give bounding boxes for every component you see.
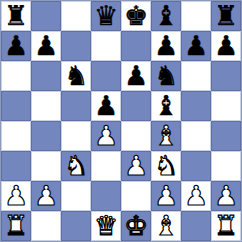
square-d7[interactable] <box>91 31 121 61</box>
piece-black-king[interactable]: ♚ <box>124 2 148 29</box>
piece-black-pawn[interactable]: ♟ <box>124 62 148 89</box>
piece-black-pawn[interactable]: ♟ <box>94 92 118 119</box>
square-a7[interactable]: ♟ <box>1 31 31 61</box>
piece-white-pawn[interactable]: ♟ <box>124 152 148 179</box>
square-a6[interactable] <box>1 61 31 91</box>
square-c6[interactable]: ♞ <box>61 61 91 91</box>
square-c5[interactable] <box>61 91 91 121</box>
square-d2[interactable] <box>91 181 121 211</box>
piece-black-pawn[interactable]: ♟ <box>154 32 178 59</box>
square-e8[interactable]: ♚ <box>121 1 151 31</box>
square-a1[interactable]: ♜ <box>1 211 31 241</box>
square-b3[interactable] <box>31 151 61 181</box>
square-d8[interactable]: ♛ <box>91 1 121 31</box>
square-e1[interactable]: ♚ <box>121 211 151 241</box>
square-g4[interactable] <box>181 121 211 151</box>
piece-white-knight[interactable]: ♞ <box>154 152 178 179</box>
square-g7[interactable]: ♟ <box>181 31 211 61</box>
square-a4[interactable] <box>1 121 31 151</box>
square-f2[interactable]: ♟ <box>151 181 181 211</box>
square-b6[interactable] <box>31 61 61 91</box>
chessboard-container: ♜♛♚♝♜♟♟♟♟♟♞♟♞♟♝♟♝♞♟♞♟♟♟♟♟♜♛♚♝♜ <box>0 0 242 242</box>
square-h8[interactable]: ♜ <box>211 1 241 31</box>
square-e3[interactable]: ♟ <box>121 151 151 181</box>
square-d1[interactable]: ♛ <box>91 211 121 241</box>
piece-black-pawn[interactable]: ♟ <box>4 32 28 59</box>
square-f8[interactable]: ♝ <box>151 1 181 31</box>
square-c7[interactable] <box>61 31 91 61</box>
square-g1[interactable] <box>181 211 211 241</box>
square-c8[interactable] <box>61 1 91 31</box>
square-f6[interactable]: ♞ <box>151 61 181 91</box>
square-d3[interactable] <box>91 151 121 181</box>
square-a8[interactable]: ♜ <box>1 1 31 31</box>
square-h4[interactable] <box>211 121 241 151</box>
square-g5[interactable] <box>181 91 211 121</box>
square-g3[interactable] <box>181 151 211 181</box>
piece-white-pawn[interactable]: ♟ <box>184 182 208 209</box>
square-b4[interactable] <box>31 121 61 151</box>
square-e7[interactable] <box>121 31 151 61</box>
square-c3[interactable]: ♞ <box>61 151 91 181</box>
square-e4[interactable] <box>121 121 151 151</box>
square-f4[interactable]: ♝ <box>151 121 181 151</box>
piece-black-bishop[interactable]: ♝ <box>154 92 178 119</box>
square-a3[interactable] <box>1 151 31 181</box>
chess-board: ♜♛♚♝♜♟♟♟♟♟♞♟♞♟♝♟♝♞♟♞♟♟♟♟♟♜♛♚♝♜ <box>0 0 242 242</box>
piece-white-pawn[interactable]: ♟ <box>94 122 118 149</box>
square-g2[interactable]: ♟ <box>181 181 211 211</box>
square-f3[interactable]: ♞ <box>151 151 181 181</box>
square-d6[interactable] <box>91 61 121 91</box>
square-e6[interactable]: ♟ <box>121 61 151 91</box>
square-b7[interactable]: ♟ <box>31 31 61 61</box>
square-b5[interactable] <box>31 91 61 121</box>
square-b1[interactable] <box>31 211 61 241</box>
square-g8[interactable] <box>181 1 211 31</box>
square-h1[interactable]: ♜ <box>211 211 241 241</box>
square-h5[interactable] <box>211 91 241 121</box>
piece-black-pawn[interactable]: ♟ <box>214 32 238 59</box>
square-c1[interactable] <box>61 211 91 241</box>
square-h6[interactable] <box>211 61 241 91</box>
piece-white-rook[interactable]: ♜ <box>214 212 238 239</box>
piece-black-pawn[interactable]: ♟ <box>34 32 58 59</box>
piece-white-queen[interactable]: ♛ <box>94 212 118 239</box>
piece-white-pawn[interactable]: ♟ <box>214 182 238 209</box>
piece-white-pawn[interactable]: ♟ <box>34 182 58 209</box>
piece-white-bishop[interactable]: ♝ <box>154 212 178 239</box>
piece-black-queen[interactable]: ♛ <box>94 2 118 29</box>
piece-white-pawn[interactable]: ♟ <box>154 182 178 209</box>
piece-black-bishop[interactable]: ♝ <box>154 2 178 29</box>
piece-white-pawn[interactable]: ♟ <box>4 182 28 209</box>
square-c2[interactable] <box>61 181 91 211</box>
square-e2[interactable] <box>121 181 151 211</box>
piece-black-rook[interactable]: ♜ <box>214 2 238 29</box>
square-f1[interactable]: ♝ <box>151 211 181 241</box>
square-g6[interactable] <box>181 61 211 91</box>
piece-white-knight[interactable]: ♞ <box>64 152 88 179</box>
piece-black-pawn[interactable]: ♟ <box>184 32 208 59</box>
piece-black-knight[interactable]: ♞ <box>154 62 178 89</box>
square-a5[interactable] <box>1 91 31 121</box>
piece-black-rook[interactable]: ♜ <box>4 2 28 29</box>
square-f7[interactable]: ♟ <box>151 31 181 61</box>
piece-white-rook[interactable]: ♜ <box>4 212 28 239</box>
piece-black-knight[interactable]: ♞ <box>64 62 88 89</box>
square-d5[interactable]: ♟ <box>91 91 121 121</box>
square-b2[interactable]: ♟ <box>31 181 61 211</box>
piece-white-king[interactable]: ♚ <box>124 212 148 239</box>
square-h7[interactable]: ♟ <box>211 31 241 61</box>
square-h3[interactable] <box>211 151 241 181</box>
square-d4[interactable]: ♟ <box>91 121 121 151</box>
square-b8[interactable] <box>31 1 61 31</box>
square-h2[interactable]: ♟ <box>211 181 241 211</box>
square-a2[interactable]: ♟ <box>1 181 31 211</box>
square-e5[interactable] <box>121 91 151 121</box>
square-c4[interactable] <box>61 121 91 151</box>
piece-white-bishop[interactable]: ♝ <box>154 122 178 149</box>
square-f5[interactable]: ♝ <box>151 91 181 121</box>
